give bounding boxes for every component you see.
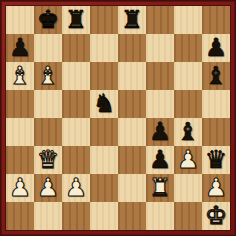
square-c3[interactable] [62,146,90,174]
chess-board: ♚♜♜♟♟♝♝♝♞♟♝♛♟♟♛♟♟♟♜♟♚ [6,6,230,230]
square-a5[interactable] [6,90,34,118]
white-bishop-a6[interactable]: ♝ [6,62,34,90]
black-pawn-f3[interactable]: ♟ [146,146,174,174]
square-h5[interactable] [202,90,230,118]
square-h2[interactable]: ♟ [202,174,230,202]
black-pawn-f4[interactable]: ♟ [146,118,174,146]
black-bishop-h6[interactable]: ♝ [202,62,230,90]
square-b3[interactable]: ♛ [34,146,62,174]
square-h8[interactable] [202,6,230,34]
square-d4[interactable] [90,118,118,146]
square-d7[interactable] [90,34,118,62]
square-f2[interactable]: ♜ [146,174,174,202]
square-c2[interactable]: ♟ [62,174,90,202]
square-g5[interactable] [174,90,202,118]
square-c6[interactable] [62,62,90,90]
white-pawn-h2[interactable]: ♟ [202,174,230,202]
white-queen-b3[interactable]: ♛ [34,146,62,174]
square-e2[interactable] [118,174,146,202]
square-g8[interactable] [174,6,202,34]
black-pawn-a7[interactable]: ♟ [6,34,34,62]
square-g7[interactable] [174,34,202,62]
square-b5[interactable] [34,90,62,118]
white-pawn-b2[interactable]: ♟ [34,174,62,202]
square-c8[interactable]: ♜ [62,6,90,34]
square-g4[interactable]: ♝ [174,118,202,146]
square-a3[interactable] [6,146,34,174]
square-c4[interactable] [62,118,90,146]
square-f6[interactable] [146,62,174,90]
square-d1[interactable] [90,202,118,230]
black-rook-c8[interactable]: ♜ [62,6,90,34]
square-h7[interactable]: ♟ [202,34,230,62]
chess-board-frame: ♚♜♜♟♟♝♝♝♞♟♝♛♟♟♛♟♟♟♜♟♚ [0,0,236,236]
square-g2[interactable] [174,174,202,202]
square-d5[interactable]: ♞ [90,90,118,118]
square-d6[interactable] [90,62,118,90]
square-f7[interactable] [146,34,174,62]
square-h3[interactable]: ♛ [202,146,230,174]
square-e1[interactable] [118,202,146,230]
square-d2[interactable] [90,174,118,202]
square-a8[interactable] [6,6,34,34]
square-h1[interactable]: ♚ [202,202,230,230]
white-pawn-a2[interactable]: ♟ [6,174,34,202]
square-a6[interactable]: ♝ [6,62,34,90]
black-knight-d5[interactable]: ♞ [90,90,118,118]
square-d8[interactable] [90,6,118,34]
square-c1[interactable] [62,202,90,230]
square-g3[interactable]: ♟ [174,146,202,174]
black-king-b8[interactable]: ♚ [34,6,62,34]
square-b7[interactable] [34,34,62,62]
square-a2[interactable]: ♟ [6,174,34,202]
square-f8[interactable] [146,6,174,34]
square-a4[interactable] [6,118,34,146]
square-f3[interactable]: ♟ [146,146,174,174]
white-pawn-g3[interactable]: ♟ [174,146,202,174]
black-queen-h3[interactable]: ♛ [202,146,230,174]
square-c7[interactable] [62,34,90,62]
square-h6[interactable]: ♝ [202,62,230,90]
white-king-h1[interactable]: ♚ [202,202,230,230]
square-e4[interactable] [118,118,146,146]
black-rook-e8[interactable]: ♜ [118,6,146,34]
white-rook-f2[interactable]: ♜ [146,174,174,202]
square-c5[interactable] [62,90,90,118]
square-b1[interactable] [34,202,62,230]
square-g1[interactable] [174,202,202,230]
square-e3[interactable] [118,146,146,174]
square-e8[interactable]: ♜ [118,6,146,34]
square-h4[interactable] [202,118,230,146]
square-g6[interactable] [174,62,202,90]
square-e6[interactable] [118,62,146,90]
square-e5[interactable] [118,90,146,118]
white-bishop-b6[interactable]: ♝ [34,62,62,90]
square-b4[interactable] [34,118,62,146]
square-a1[interactable] [6,202,34,230]
black-bishop-g4[interactable]: ♝ [174,118,202,146]
white-pawn-c2[interactable]: ♟ [62,174,90,202]
square-b8[interactable]: ♚ [34,6,62,34]
square-d3[interactable] [90,146,118,174]
square-f1[interactable] [146,202,174,230]
square-b2[interactable]: ♟ [34,174,62,202]
black-pawn-h7[interactable]: ♟ [202,34,230,62]
square-f4[interactable]: ♟ [146,118,174,146]
square-e7[interactable] [118,34,146,62]
square-b6[interactable]: ♝ [34,62,62,90]
square-a7[interactable]: ♟ [6,34,34,62]
square-f5[interactable] [146,90,174,118]
